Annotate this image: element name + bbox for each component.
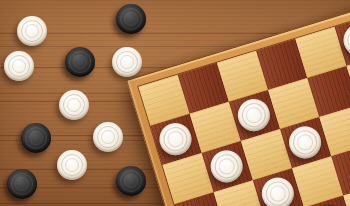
black-checker[interactable] <box>116 4 146 34</box>
white-checker[interactable] <box>4 51 34 81</box>
board-grid <box>137 0 350 206</box>
black-checker[interactable] <box>65 47 95 77</box>
white-checker[interactable] <box>285 122 325 162</box>
white-checker[interactable] <box>93 122 123 152</box>
white-checker[interactable] <box>57 150 87 180</box>
black-checker[interactable] <box>116 166 146 196</box>
white-checker[interactable] <box>155 119 195 159</box>
white-checker[interactable] <box>258 174 298 206</box>
black-checker[interactable] <box>7 169 37 199</box>
white-checker[interactable] <box>207 146 247 186</box>
white-checker[interactable] <box>17 16 47 46</box>
scene <box>0 0 350 206</box>
white-checker[interactable] <box>59 90 89 120</box>
white-checker[interactable] <box>112 47 142 77</box>
checkers-board <box>126 0 350 206</box>
white-checker[interactable] <box>234 95 274 135</box>
black-checker[interactable] <box>21 123 51 153</box>
